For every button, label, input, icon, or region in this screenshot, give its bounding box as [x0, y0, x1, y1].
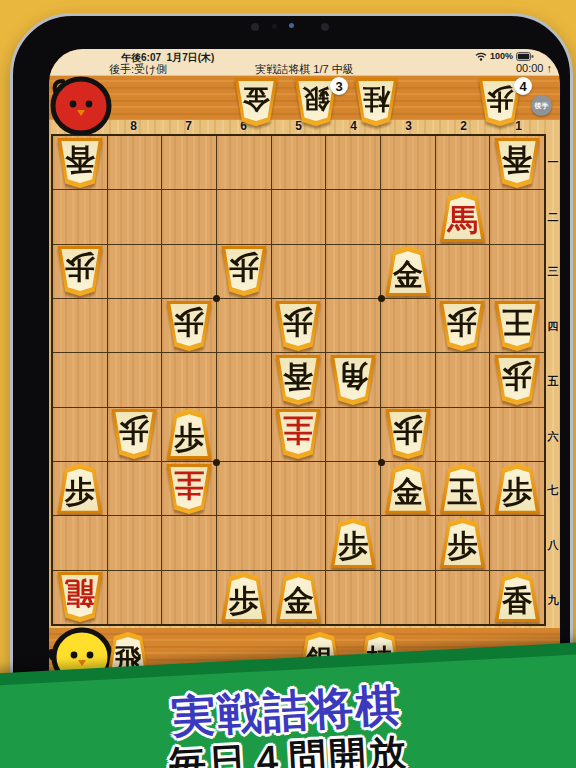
square-68[interactable]: [217, 516, 271, 569]
square-66[interactable]: [217, 408, 271, 461]
square-91[interactable]: 香: [53, 136, 107, 189]
square-28[interactable]: 歩: [436, 516, 490, 569]
piece-sente-歩[interactable]: 歩: [221, 572, 267, 622]
piece-gote-香[interactable]: 香: [57, 138, 103, 188]
piece-gote-圭[interactable]: 圭: [166, 464, 212, 514]
square-24[interactable]: 歩: [436, 299, 490, 352]
hand-count-gote-歩: 4: [514, 77, 532, 95]
piece-sente-歩[interactable]: 歩: [166, 409, 212, 459]
square-51[interactable]: [272, 136, 326, 189]
camera-icon: [321, 23, 329, 31]
piece-gote-龍[interactable]: 龍: [57, 572, 103, 622]
square-73[interactable]: [162, 245, 216, 298]
piece-sente-歩[interactable]: 歩: [494, 464, 540, 514]
square-44[interactable]: [326, 299, 380, 352]
rank-label-1: 一: [546, 155, 560, 170]
piece-gote-歩[interactable]: 歩: [166, 301, 212, 351]
square-62[interactable]: [217, 190, 271, 243]
file-label-7: 7: [161, 120, 216, 134]
square-92[interactable]: [53, 190, 107, 243]
board: 香香馬歩歩金歩歩歩王香角歩歩歩圭歩歩圭金玉歩歩歩龍歩金香 987654321一二…: [49, 120, 560, 628]
square-98[interactable]: [53, 516, 107, 569]
square-25[interactable]: [436, 353, 490, 406]
piece-gote-歩[interactable]: 歩: [275, 301, 321, 351]
square-23[interactable]: [436, 245, 490, 298]
square-52[interactable]: [272, 190, 326, 243]
square-45[interactable]: 角: [326, 353, 380, 406]
piece-sente-金[interactable]: 金: [275, 572, 321, 622]
square-85[interactable]: [108, 353, 162, 406]
piece-gote-圭[interactable]: 圭: [275, 409, 321, 459]
square-55[interactable]: 香: [272, 353, 326, 406]
square-41[interactable]: [326, 136, 380, 189]
square-74[interactable]: 歩: [162, 299, 216, 352]
square-97[interactable]: 歩: [53, 462, 107, 515]
star-point: [213, 459, 220, 466]
square-39[interactable]: [381, 571, 435, 624]
piece-gote-角[interactable]: 角: [330, 355, 376, 405]
hand-piece-gote-桂[interactable]: 桂: [354, 78, 398, 126]
square-46[interactable]: [326, 408, 380, 461]
square-36[interactable]: 歩: [381, 408, 435, 461]
square-26[interactable]: [436, 408, 490, 461]
square-18[interactable]: [490, 516, 544, 569]
square-34[interactable]: [381, 299, 435, 352]
piece-sente-金[interactable]: 金: [385, 246, 431, 296]
square-49[interactable]: [326, 571, 380, 624]
piece-sente-玉[interactable]: 玉: [439, 464, 485, 514]
square-35[interactable]: [381, 353, 435, 406]
square-37[interactable]: 金: [381, 462, 435, 515]
square-21[interactable]: [436, 136, 490, 189]
rank-label-9: 九: [546, 593, 560, 608]
square-59[interactable]: 金: [272, 571, 326, 624]
status-bar: 午後6:07 1月7日(木) 100%: [49, 49, 560, 76]
square-14[interactable]: 王: [490, 299, 544, 352]
square-43[interactable]: [326, 245, 380, 298]
square-47[interactable]: [326, 462, 380, 515]
battery-percent: 100%: [490, 51, 513, 61]
camera-icon: [251, 23, 259, 31]
square-67[interactable]: [217, 462, 271, 515]
star-point: [213, 295, 220, 302]
piece-gote-香[interactable]: 香: [494, 138, 540, 188]
board-grid: 香香馬歩歩金歩歩歩王香角歩歩歩圭歩歩圭金玉歩歩歩龍歩金香: [51, 134, 546, 626]
square-58[interactable]: [272, 516, 326, 569]
square-69[interactable]: 歩: [217, 571, 271, 624]
square-87[interactable]: [108, 462, 162, 515]
piece-gote-歩[interactable]: 歩: [385, 409, 431, 459]
square-31[interactable]: [381, 136, 435, 189]
square-83[interactable]: [108, 245, 162, 298]
square-79[interactable]: [162, 571, 216, 624]
square-15[interactable]: 歩: [490, 353, 544, 406]
square-93[interactable]: 歩: [53, 245, 107, 298]
wifi-icon: [475, 52, 487, 61]
promo-banner-panel: 実戦詰将棋 毎日４問開放: [0, 654, 576, 768]
square-81[interactable]: [108, 136, 162, 189]
rank-label-2: 二: [546, 210, 560, 225]
camera-lens-icon: [289, 23, 294, 28]
square-29[interactable]: [436, 571, 490, 624]
piece-sente-歩[interactable]: 歩: [330, 518, 376, 568]
square-94[interactable]: [53, 299, 107, 352]
square-48[interactable]: 歩: [326, 516, 380, 569]
square-53[interactable]: [272, 245, 326, 298]
square-89[interactable]: [108, 571, 162, 624]
square-95[interactable]: [53, 353, 107, 406]
piece-gote-歩[interactable]: 歩: [439, 301, 485, 351]
square-27[interactable]: 玉: [436, 462, 490, 515]
square-16[interactable]: [490, 408, 544, 461]
file-label-8: 8: [106, 120, 161, 134]
hand-count-gote-銀: 3: [330, 77, 348, 95]
square-75[interactable]: [162, 353, 216, 406]
square-96[interactable]: [53, 408, 107, 461]
square-78[interactable]: [162, 516, 216, 569]
square-13[interactable]: [490, 245, 544, 298]
square-54[interactable]: 歩: [272, 299, 326, 352]
app-screenshot: 午後6:07 1月7日(木) 100%: [0, 0, 576, 768]
piece-sente-馬[interactable]: 馬: [439, 192, 485, 242]
square-82[interactable]: [108, 190, 162, 243]
rank-label-4: 四: [546, 319, 560, 334]
square-17[interactable]: 歩: [490, 462, 544, 515]
rank-label-6: 六: [546, 429, 560, 444]
piece-sente-香[interactable]: 香: [494, 572, 540, 622]
piece-sente-金[interactable]: 金: [385, 464, 431, 514]
square-77[interactable]: 圭: [162, 462, 216, 515]
piece-gote-香[interactable]: 香: [275, 355, 321, 405]
star-point: [378, 459, 385, 466]
square-57[interactable]: [272, 462, 326, 515]
square-86[interactable]: 歩: [108, 408, 162, 461]
square-76[interactable]: 歩: [162, 408, 216, 461]
piece-gote-王[interactable]: 王: [494, 301, 540, 351]
piece-gote-歩[interactable]: 歩: [494, 355, 540, 405]
piece-gote-歩[interactable]: 歩: [221, 246, 267, 296]
piece-sente-歩[interactable]: 歩: [57, 464, 103, 514]
square-38[interactable]: [381, 516, 435, 569]
square-12[interactable]: [490, 190, 544, 243]
star-point: [378, 295, 385, 302]
rank-label-3: 三: [546, 264, 560, 279]
square-71[interactable]: [162, 136, 216, 189]
square-99[interactable]: 龍: [53, 571, 107, 624]
square-88[interactable]: [108, 516, 162, 569]
square-11[interactable]: 香: [490, 136, 544, 189]
square-61[interactable]: [217, 136, 271, 189]
square-42[interactable]: [326, 190, 380, 243]
hand-piece-gote-金[interactable]: 金: [234, 78, 278, 126]
square-19[interactable]: 香: [490, 571, 544, 624]
gote-avatar-red-bird: [49, 75, 113, 139]
square-65[interactable]: [217, 353, 271, 406]
square-63[interactable]: 歩: [217, 245, 271, 298]
rank-label-5: 五: [546, 374, 560, 389]
square-72[interactable]: [162, 190, 216, 243]
square-32[interactable]: [381, 190, 435, 243]
timer: 00:00 ↑: [516, 62, 552, 74]
gote-badge: 後手: [531, 95, 552, 116]
square-84[interactable]: [108, 299, 162, 352]
rank-label-7: 七: [546, 483, 560, 498]
square-64[interactable]: [217, 299, 271, 352]
piece-gote-歩[interactable]: 歩: [57, 246, 103, 296]
piece-gote-歩[interactable]: 歩: [111, 409, 157, 459]
square-56[interactable]: 圭: [272, 408, 326, 461]
piece-sente-歩[interactable]: 歩: [439, 518, 485, 568]
square-22[interactable]: 馬: [436, 190, 490, 243]
rank-label-8: 八: [546, 538, 560, 553]
battery-icon: [516, 52, 534, 61]
square-33[interactable]: 金: [381, 245, 435, 298]
camera-icon: [272, 24, 277, 29]
